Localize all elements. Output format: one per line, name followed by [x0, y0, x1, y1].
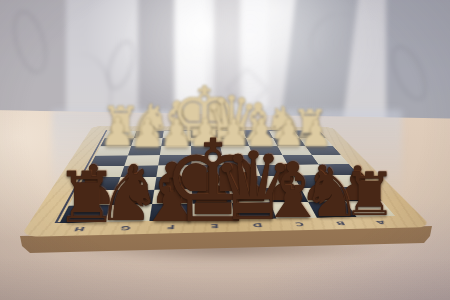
pieces-layer: ♜♞♝♚♛♝♞♜♟♟♟♟♟♟♟♟♟♟♟♟♟♟♟♟♜♞♝♚♛♝♞♜ — [0, 0, 450, 300]
piece-black-rook-a8: ♜ — [339, 165, 399, 225]
chess-photo-scene: H G F E D C B A ♜♞♝♚♛♝♞♜♟♟♟♟♟♟♟♟♟♟♟♟♟♟♟♟… — [0, 0, 450, 300]
